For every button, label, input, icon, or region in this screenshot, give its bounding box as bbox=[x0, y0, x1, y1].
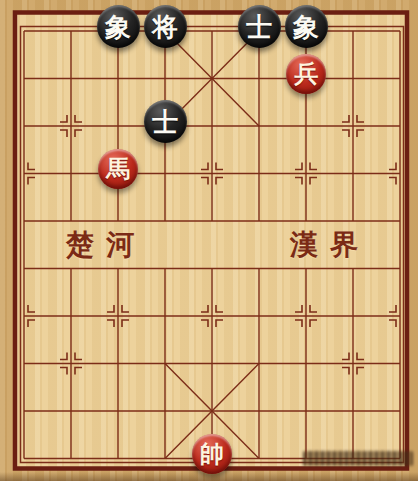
board-point-i4[interactable] bbox=[377, 292, 418, 340]
board-point-a7[interactable] bbox=[1, 150, 48, 198]
board-point-f10[interactable]: 士 bbox=[236, 7, 283, 55]
board-point-g5[interactable] bbox=[283, 245, 330, 293]
board-point-b4[interactable] bbox=[48, 292, 95, 340]
board-point-g4[interactable] bbox=[283, 292, 330, 340]
piece-black-advisor-left[interactable]: 士 bbox=[144, 100, 187, 143]
board-point-b6[interactable] bbox=[48, 197, 95, 245]
board-point-g6[interactable] bbox=[283, 197, 330, 245]
board-point-f6[interactable] bbox=[236, 197, 283, 245]
piece-black-general[interactable]: 将 bbox=[144, 5, 187, 48]
board-point-c3[interactable] bbox=[95, 340, 142, 388]
board-point-f7[interactable] bbox=[236, 150, 283, 198]
board-point-b8[interactable] bbox=[48, 102, 95, 150]
board-point-d4[interactable] bbox=[142, 292, 189, 340]
board-point-g3[interactable] bbox=[283, 340, 330, 388]
board-point-a6[interactable] bbox=[1, 197, 48, 245]
board-point-e4[interactable] bbox=[189, 292, 236, 340]
board-point-i10[interactable] bbox=[377, 7, 418, 55]
board-point-f9[interactable] bbox=[236, 55, 283, 103]
board-point-h4[interactable] bbox=[330, 292, 377, 340]
board-point-d9[interactable] bbox=[142, 55, 189, 103]
board-point-i8[interactable] bbox=[377, 102, 418, 150]
board-point-g9[interactable]: 兵 bbox=[283, 55, 330, 103]
board-point-f4[interactable] bbox=[236, 292, 283, 340]
board-point-a4[interactable] bbox=[1, 292, 48, 340]
board-point-h3[interactable] bbox=[330, 340, 377, 388]
board-point-f5[interactable] bbox=[236, 245, 283, 293]
piece-glyph: 将 bbox=[152, 14, 178, 40]
watermark-blur bbox=[303, 451, 413, 466]
board-point-c8[interactable] bbox=[95, 102, 142, 150]
board-point-h5[interactable] bbox=[330, 245, 377, 293]
board-point-h10[interactable] bbox=[330, 7, 377, 55]
board-point-b2[interactable] bbox=[48, 387, 95, 435]
xiangqi-board-screen: 楚河 漢界 象将士象兵士馬帥 bbox=[0, 0, 418, 481]
piece-red-horse[interactable]: 馬 bbox=[98, 149, 138, 189]
board-point-h7[interactable] bbox=[330, 150, 377, 198]
board-point-e2[interactable] bbox=[189, 387, 236, 435]
board-point-g7[interactable] bbox=[283, 150, 330, 198]
board-point-h2[interactable] bbox=[330, 387, 377, 435]
board-point-h9[interactable] bbox=[330, 55, 377, 103]
board-point-i9[interactable] bbox=[377, 55, 418, 103]
board-point-a1[interactable] bbox=[1, 435, 48, 481]
piece-glyph: 馬 bbox=[106, 157, 130, 181]
board-point-g8[interactable] bbox=[283, 102, 330, 150]
board-point-e3[interactable] bbox=[189, 340, 236, 388]
board-point-d3[interactable] bbox=[142, 340, 189, 388]
board-point-a9[interactable] bbox=[1, 55, 48, 103]
board-point-d10[interactable]: 将 bbox=[142, 7, 189, 55]
board-point-f2[interactable] bbox=[236, 387, 283, 435]
board-point-e1[interactable]: 帥 bbox=[189, 435, 236, 481]
board-point-d6[interactable] bbox=[142, 197, 189, 245]
board-point-f3[interactable] bbox=[236, 340, 283, 388]
board-point-b7[interactable] bbox=[48, 150, 95, 198]
board-point-i7[interactable] bbox=[377, 150, 418, 198]
board-point-a10[interactable] bbox=[1, 7, 48, 55]
board-point-i3[interactable] bbox=[377, 340, 418, 388]
board-point-b5[interactable] bbox=[48, 245, 95, 293]
board-point-e5[interactable] bbox=[189, 245, 236, 293]
board-point-h6[interactable] bbox=[330, 197, 377, 245]
board-point-c10[interactable]: 象 bbox=[95, 7, 142, 55]
board-point-i2[interactable] bbox=[377, 387, 418, 435]
piece-glyph: 兵 bbox=[294, 62, 318, 86]
board-point-g10[interactable]: 象 bbox=[283, 7, 330, 55]
board-point-d8[interactable]: 士 bbox=[142, 102, 189, 150]
board-point-e8[interactable] bbox=[189, 102, 236, 150]
board-point-e7[interactable] bbox=[189, 150, 236, 198]
board-point-i6[interactable] bbox=[377, 197, 418, 245]
board-point-a3[interactable] bbox=[1, 340, 48, 388]
piece-glyph: 象 bbox=[105, 14, 131, 40]
piece-red-general[interactable]: 帥 bbox=[192, 434, 232, 474]
board-point-a2[interactable] bbox=[1, 387, 48, 435]
board-grid: 象将士象兵士馬帥 bbox=[1, 7, 418, 481]
board-point-b3[interactable] bbox=[48, 340, 95, 388]
board-point-i5[interactable] bbox=[377, 245, 418, 293]
piece-glyph: 士 bbox=[152, 109, 178, 135]
board-point-f1[interactable] bbox=[236, 435, 283, 481]
board-point-c7[interactable]: 馬 bbox=[95, 150, 142, 198]
board-point-b9[interactable] bbox=[48, 55, 95, 103]
board-point-c5[interactable] bbox=[95, 245, 142, 293]
board-point-e6[interactable] bbox=[189, 197, 236, 245]
board-point-c6[interactable] bbox=[95, 197, 142, 245]
board-point-a5[interactable] bbox=[1, 245, 48, 293]
board-point-d2[interactable] bbox=[142, 387, 189, 435]
board-point-f8[interactable] bbox=[236, 102, 283, 150]
board-point-d5[interactable] bbox=[142, 245, 189, 293]
board-point-e9[interactable] bbox=[189, 55, 236, 103]
piece-red-soldier[interactable]: 兵 bbox=[286, 54, 326, 94]
board-point-e10[interactable] bbox=[189, 7, 236, 55]
piece-black-advisor-right[interactable]: 士 bbox=[238, 5, 281, 48]
piece-glyph: 帥 bbox=[200, 442, 224, 466]
board-point-b10[interactable] bbox=[48, 7, 95, 55]
board-point-c2[interactable] bbox=[95, 387, 142, 435]
board-point-a8[interactable] bbox=[1, 102, 48, 150]
piece-black-elephant-left[interactable]: 象 bbox=[97, 5, 140, 48]
board-point-d7[interactable] bbox=[142, 150, 189, 198]
piece-glyph: 士 bbox=[246, 14, 272, 40]
board-point-c1[interactable] bbox=[95, 435, 142, 481]
board-point-c4[interactable] bbox=[95, 292, 142, 340]
board-point-d1[interactable] bbox=[142, 435, 189, 481]
piece-black-elephant-right[interactable]: 象 bbox=[285, 5, 328, 48]
board-point-h8[interactable] bbox=[330, 102, 377, 150]
board-point-c9[interactable] bbox=[95, 55, 142, 103]
board-point-g2[interactable] bbox=[283, 387, 330, 435]
piece-glyph: 象 bbox=[293, 14, 319, 40]
board-point-b1[interactable] bbox=[48, 435, 95, 481]
